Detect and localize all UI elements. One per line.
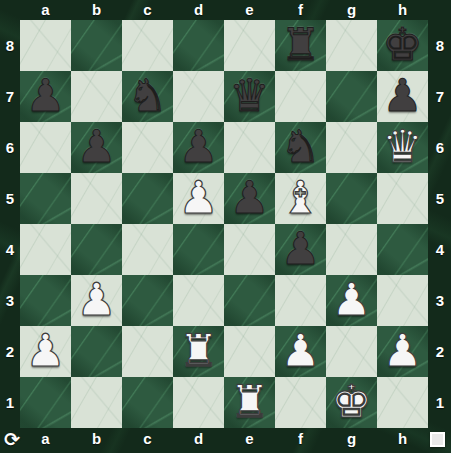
square-g5[interactable] [326,173,377,224]
rank-labels-right: 87654321 [430,20,450,428]
rank-label-5: 5 [430,173,450,224]
file-label-f: f [275,429,326,449]
rank-label-1: 1 [0,377,20,428]
piece-black-queen[interactable]: ♛ [229,70,269,121]
piece-black-pawn[interactable]: ♟ [280,223,320,274]
rank-label-2: 2 [0,326,20,377]
piece-white-pawn[interactable]: ♟ [25,325,65,376]
square-d4[interactable] [173,224,224,275]
piece-white-queen[interactable]: ♛ [382,121,422,172]
square-b1[interactable] [71,377,122,428]
square-e8[interactable] [224,20,275,71]
square-g3[interactable]: ♟ [326,275,377,326]
square-e4[interactable] [224,224,275,275]
square-h3[interactable] [377,275,428,326]
square-d2[interactable]: ♜ [173,326,224,377]
square-a1[interactable] [20,377,71,428]
square-a3[interactable] [20,275,71,326]
rank-label-3: 3 [430,275,450,326]
square-d8[interactable] [173,20,224,71]
rank-label-7: 7 [430,71,450,122]
file-label-a: a [20,0,71,20]
square-h7[interactable]: ♟ [377,71,428,122]
piece-white-pawn[interactable]: ♟ [178,172,218,223]
piece-black-knight[interactable]: ♞ [127,70,167,121]
piece-white-pawn[interactable]: ♟ [76,274,116,325]
square-f4[interactable]: ♟ [275,224,326,275]
file-label-c: c [122,0,173,20]
rank-label-4: 4 [0,224,20,275]
square-a4[interactable] [20,224,71,275]
piece-white-rook[interactable]: ♜ [229,376,269,427]
rank-label-4: 4 [430,224,450,275]
rank-label-2: 2 [430,326,450,377]
square-a5[interactable] [20,173,71,224]
square-f8[interactable]: ♜ [275,20,326,71]
rank-labels-left: 87654321 [0,20,20,428]
square-h6[interactable]: ♛ [377,122,428,173]
file-labels-bottom: abcdefgh [20,429,428,449]
square-h4[interactable] [377,224,428,275]
file-label-d: d [173,429,224,449]
square-d1[interactable] [173,377,224,428]
square-e5[interactable]: ♟ [224,173,275,224]
square-b4[interactable] [71,224,122,275]
piece-black-pawn[interactable]: ♟ [382,70,422,121]
square-d5[interactable]: ♟ [173,173,224,224]
piece-black-king[interactable]: ♚ [382,19,422,70]
file-label-g: g [326,0,377,20]
square-g1[interactable]: ♚ [326,377,377,428]
piece-black-pawn[interactable]: ♟ [229,172,269,223]
stop-icon[interactable] [430,432,445,447]
piece-white-pawn[interactable]: ♟ [280,325,320,376]
chess-board: ♜♚♟♞♛♟♟♟♞♛♟♟♝♟♟♟♟♜♟♟♜♚ [20,20,428,428]
square-a2[interactable]: ♟ [20,326,71,377]
file-label-e: e [224,0,275,20]
piece-black-rook[interactable]: ♜ [280,19,320,70]
rank-label-8: 8 [0,20,20,71]
file-label-b: b [71,0,122,20]
square-b8[interactable] [71,20,122,71]
piece-white-king[interactable]: ♚ [331,376,371,427]
square-a6[interactable] [20,122,71,173]
piece-white-bishop[interactable]: ♝ [280,172,320,223]
square-c4[interactable] [122,224,173,275]
square-h2[interactable]: ♟ [377,326,428,377]
square-h5[interactable] [377,173,428,224]
square-e7[interactable]: ♛ [224,71,275,122]
square-f3[interactable] [275,275,326,326]
square-f7[interactable] [275,71,326,122]
square-c8[interactable] [122,20,173,71]
square-f6[interactable]: ♞ [275,122,326,173]
square-e2[interactable] [224,326,275,377]
file-label-c: c [122,429,173,449]
piece-black-knight[interactable]: ♞ [280,121,320,172]
square-b7[interactable] [71,71,122,122]
chess-board-frame: abcdefgh 87654321 87654321 ♜♚♟♞♛♟♟♟♞♛♟♟♝… [0,0,451,453]
square-g2[interactable] [326,326,377,377]
rank-label-1: 1 [430,377,450,428]
square-f1[interactable] [275,377,326,428]
square-d7[interactable] [173,71,224,122]
square-a7[interactable]: ♟ [20,71,71,122]
square-f2[interactable]: ♟ [275,326,326,377]
square-c1[interactable] [122,377,173,428]
rank-label-7: 7 [0,71,20,122]
square-g4[interactable] [326,224,377,275]
square-b6[interactable]: ♟ [71,122,122,173]
file-label-g: g [326,429,377,449]
piece-black-pawn[interactable]: ♟ [25,70,65,121]
square-c6[interactable] [122,122,173,173]
piece-white-pawn[interactable]: ♟ [382,325,422,376]
file-label-b: b [71,429,122,449]
rank-label-5: 5 [0,173,20,224]
square-e6[interactable] [224,122,275,173]
square-c7[interactable]: ♞ [122,71,173,122]
square-g8[interactable] [326,20,377,71]
file-label-h: h [377,429,428,449]
square-h1[interactable] [377,377,428,428]
square-b2[interactable] [71,326,122,377]
file-label-h: h [377,0,428,20]
square-a8[interactable] [20,20,71,71]
rank-label-6: 6 [0,122,20,173]
square-d3[interactable] [173,275,224,326]
square-c2[interactable] [122,326,173,377]
square-h8[interactable]: ♚ [377,20,428,71]
file-label-a: a [20,429,71,449]
square-c3[interactable] [122,275,173,326]
square-e3[interactable] [224,275,275,326]
file-labels-top: abcdefgh [20,0,428,20]
square-b3[interactable]: ♟ [71,275,122,326]
piece-black-pawn[interactable]: ♟ [76,121,116,172]
square-c5[interactable] [122,173,173,224]
square-f5[interactable]: ♝ [275,173,326,224]
square-d6[interactable]: ♟ [173,122,224,173]
rank-label-8: 8 [430,20,450,71]
rank-label-3: 3 [0,275,20,326]
square-g7[interactable] [326,71,377,122]
file-label-e: e [224,429,275,449]
piece-white-pawn[interactable]: ♟ [331,274,371,325]
file-label-f: f [275,0,326,20]
square-g6[interactable] [326,122,377,173]
rank-label-6: 6 [430,122,450,173]
flip-board-icon[interactable]: ⟳ [1,427,23,451]
file-label-d: d [173,0,224,20]
piece-black-pawn[interactable]: ♟ [178,121,218,172]
piece-white-rook[interactable]: ♜ [178,325,218,376]
square-e1[interactable]: ♜ [224,377,275,428]
square-b5[interactable] [71,173,122,224]
